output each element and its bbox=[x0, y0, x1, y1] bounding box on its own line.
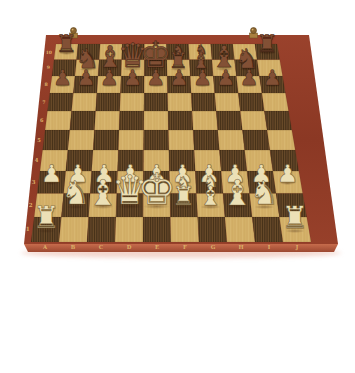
file-label-c: C bbox=[99, 244, 104, 250]
square-h5[interactable] bbox=[218, 130, 245, 150]
square-c7[interactable] bbox=[96, 93, 121, 111]
piece-black-pawn-h8[interactable]: ♟ bbox=[215, 67, 236, 88]
square-c5[interactable] bbox=[93, 130, 119, 150]
square-f6[interactable] bbox=[168, 111, 193, 130]
square-h6[interactable] bbox=[216, 111, 242, 130]
piece-black-pawn-e8[interactable]: ♟ bbox=[145, 67, 166, 88]
square-h7[interactable] bbox=[215, 93, 241, 111]
square-a7[interactable] bbox=[48, 93, 74, 111]
square-g1[interactable] bbox=[198, 217, 227, 242]
square-d7[interactable] bbox=[120, 93, 144, 111]
square-f7[interactable] bbox=[168, 93, 193, 111]
square-g6[interactable] bbox=[192, 111, 218, 130]
piece-black-pawn-c8[interactable]: ♟ bbox=[99, 67, 120, 88]
square-e7[interactable] bbox=[144, 93, 168, 111]
piece-black-pawn-b8[interactable]: ♟ bbox=[75, 67, 96, 88]
square-i1[interactable] bbox=[252, 217, 283, 242]
square-f5[interactable] bbox=[168, 130, 194, 150]
square-f1[interactable] bbox=[170, 217, 199, 242]
rank-label-4: 4 bbox=[35, 157, 39, 163]
piece-white-rook-a1[interactable]: ♜ bbox=[31, 203, 62, 234]
square-j7[interactable] bbox=[262, 93, 289, 111]
photo-stage: 12345678910ABCDEFGHIJ ♜♜♞♝♛♚♞♜♞♝♝♞♟♟♟♟♟♟… bbox=[0, 0, 355, 373]
file-label-a: A bbox=[42, 244, 48, 250]
rank-label-3: 3 bbox=[32, 179, 36, 185]
piece-black-pawn-j8[interactable]: ♟ bbox=[262, 67, 283, 88]
file-label-j: J bbox=[295, 244, 299, 251]
square-c6[interactable] bbox=[95, 111, 120, 130]
file-label-h: H bbox=[238, 244, 243, 250]
file-label-g: G bbox=[211, 244, 216, 250]
square-a6[interactable] bbox=[45, 111, 72, 130]
piece-white-marshal-f2[interactable]: ♞♜ bbox=[171, 178, 197, 207]
square-i5[interactable] bbox=[242, 130, 270, 150]
square-i7[interactable] bbox=[238, 93, 264, 111]
square-b7[interactable] bbox=[72, 93, 97, 111]
square-c1[interactable] bbox=[87, 217, 116, 242]
rank-label-5: 5 bbox=[37, 137, 41, 143]
square-b1[interactable] bbox=[59, 217, 89, 242]
square-j6[interactable] bbox=[264, 111, 291, 130]
piece-black-pawn-g8[interactable]: ♟ bbox=[192, 67, 213, 88]
square-a5[interactable] bbox=[43, 130, 70, 150]
rank-label-10: 10 bbox=[46, 50, 52, 55]
square-e5[interactable] bbox=[144, 130, 169, 150]
file-label-f: F bbox=[183, 244, 187, 250]
piece-white-rook-j1[interactable]: ♜ bbox=[280, 203, 311, 234]
piece-black-pawn-i8[interactable]: ♟ bbox=[238, 67, 259, 88]
piece-black-pawn-f8[interactable]: ♟ bbox=[169, 67, 190, 88]
square-d6[interactable] bbox=[119, 111, 144, 130]
rank-label-7: 7 bbox=[42, 99, 45, 105]
rank-label-1: 1 bbox=[26, 226, 30, 232]
square-e1[interactable] bbox=[143, 217, 171, 242]
square-b6[interactable] bbox=[70, 111, 96, 130]
file-label-e: E bbox=[155, 244, 159, 250]
square-d5[interactable] bbox=[118, 130, 143, 150]
piece-white-knight-i2[interactable]: ♞ bbox=[248, 177, 281, 210]
square-h1[interactable] bbox=[225, 217, 255, 242]
file-label-d: D bbox=[127, 244, 132, 250]
piece-black-pawn-a8[interactable]: ♟ bbox=[52, 67, 73, 88]
square-g5[interactable] bbox=[193, 130, 219, 150]
square-d1[interactable] bbox=[115, 217, 143, 242]
square-e6[interactable] bbox=[144, 111, 169, 130]
piece-black-pawn-d8[interactable]: ♟ bbox=[122, 67, 143, 88]
square-b5[interactable] bbox=[68, 130, 95, 150]
square-g7[interactable] bbox=[191, 93, 216, 111]
rank-label-9: 9 bbox=[47, 65, 50, 70]
square-j5[interactable] bbox=[267, 130, 295, 150]
square-i6[interactable] bbox=[240, 111, 267, 130]
file-label-b: B bbox=[71, 244, 76, 250]
rank-label-6: 6 bbox=[40, 117, 44, 123]
